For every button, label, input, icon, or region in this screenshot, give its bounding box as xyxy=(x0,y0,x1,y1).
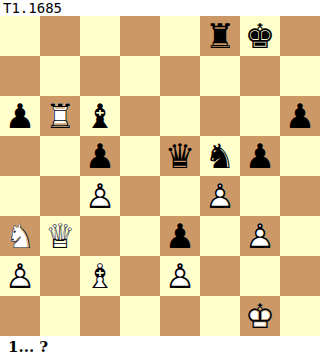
square-b5[interactable] xyxy=(40,136,80,176)
square-d7[interactable] xyxy=(120,56,160,96)
piece-white-king: ♚♔ xyxy=(240,296,280,336)
square-f5[interactable]: ♞ xyxy=(200,136,240,176)
piece-black-pawn: ♟︎ xyxy=(80,136,120,176)
square-d4[interactable] xyxy=(120,176,160,216)
square-e6[interactable] xyxy=(160,96,200,136)
piece-fill: ♟︎ xyxy=(160,256,200,296)
piece-fill: ♚ xyxy=(240,296,280,336)
square-h2[interactable] xyxy=(280,256,320,296)
square-e7[interactable] xyxy=(160,56,200,96)
square-a6[interactable]: ♟︎ xyxy=(0,96,40,136)
puzzle-title: T1.1685 xyxy=(3,0,62,16)
piece-white-pawn: ♟︎♙ xyxy=(80,176,120,216)
piece-glyph: ♜ xyxy=(200,16,240,56)
piece-outline: ♙ xyxy=(80,176,120,216)
square-e5[interactable]: ♛ xyxy=(160,136,200,176)
square-h6[interactable]: ♟︎ xyxy=(280,96,320,136)
piece-outline: ♙ xyxy=(240,216,280,256)
square-h5[interactable] xyxy=(280,136,320,176)
square-a2[interactable]: ♟︎♙ xyxy=(0,256,40,296)
square-a3[interactable]: ♞♘ xyxy=(0,216,40,256)
square-g1[interactable]: ♚♔ xyxy=(240,296,280,336)
piece-glyph: ♟︎ xyxy=(160,216,200,256)
piece-white-bishop: ♝♗ xyxy=(80,256,120,296)
piece-white-pawn: ♟︎♙ xyxy=(240,216,280,256)
square-d1[interactable] xyxy=(120,296,160,336)
piece-glyph: ♞ xyxy=(200,136,240,176)
square-c3[interactable] xyxy=(80,216,120,256)
piece-fill: ♛ xyxy=(40,216,80,256)
piece-white-rook: ♜♖ xyxy=(40,96,80,136)
piece-fill: ♜ xyxy=(40,96,80,136)
piece-outline: ♙ xyxy=(160,256,200,296)
square-c1[interactable] xyxy=(80,296,120,336)
square-f3[interactable] xyxy=(200,216,240,256)
square-c6[interactable]: ♝ xyxy=(80,96,120,136)
square-h7[interactable] xyxy=(280,56,320,96)
square-f4[interactable]: ♟︎♙ xyxy=(200,176,240,216)
piece-black-pawn: ♟︎ xyxy=(0,96,40,136)
square-e3[interactable]: ♟︎ xyxy=(160,216,200,256)
piece-outline: ♘ xyxy=(0,216,40,256)
square-a1[interactable] xyxy=(0,296,40,336)
piece-fill: ♟︎ xyxy=(200,176,240,216)
square-a8[interactable] xyxy=(0,16,40,56)
piece-white-queen: ♛♕ xyxy=(40,216,80,256)
square-g6[interactable] xyxy=(240,96,280,136)
square-h4[interactable] xyxy=(280,176,320,216)
piece-black-pawn: ♟︎ xyxy=(160,216,200,256)
square-c8[interactable] xyxy=(80,16,120,56)
square-f8[interactable]: ♜ xyxy=(200,16,240,56)
piece-black-bishop: ♝ xyxy=(80,96,120,136)
square-g8[interactable]: ♚ xyxy=(240,16,280,56)
piece-black-king: ♚ xyxy=(240,16,280,56)
piece-black-rook: ♜ xyxy=(200,16,240,56)
square-f2[interactable] xyxy=(200,256,240,296)
piece-white-knight: ♞♘ xyxy=(0,216,40,256)
piece-fill: ♟︎ xyxy=(0,256,40,296)
square-b4[interactable] xyxy=(40,176,80,216)
square-f7[interactable] xyxy=(200,56,240,96)
square-e1[interactable] xyxy=(160,296,200,336)
square-g4[interactable] xyxy=(240,176,280,216)
square-b7[interactable] xyxy=(40,56,80,96)
square-a5[interactable] xyxy=(0,136,40,176)
square-b1[interactable] xyxy=(40,296,80,336)
piece-outline: ♕ xyxy=(40,216,80,256)
square-a4[interactable] xyxy=(0,176,40,216)
square-d2[interactable] xyxy=(120,256,160,296)
square-e8[interactable] xyxy=(160,16,200,56)
square-g3[interactable]: ♟︎♙ xyxy=(240,216,280,256)
square-c5[interactable]: ♟︎ xyxy=(80,136,120,176)
chess-puzzle-window: T1.1685 ♜♚♟︎♜♖♝♟︎♟︎♛♞♟︎♟︎♙♟︎♙♞♘♛♕♟︎♟︎♙♟︎… xyxy=(0,0,320,360)
square-h8[interactable] xyxy=(280,16,320,56)
piece-fill: ♟︎ xyxy=(240,216,280,256)
square-g5[interactable]: ♟︎ xyxy=(240,136,280,176)
square-e4[interactable] xyxy=(160,176,200,216)
piece-outline: ♖ xyxy=(40,96,80,136)
square-d5[interactable] xyxy=(120,136,160,176)
square-d8[interactable] xyxy=(120,16,160,56)
piece-glyph: ♝ xyxy=(80,96,120,136)
piece-white-pawn: ♟︎♙ xyxy=(200,176,240,216)
square-h3[interactable] xyxy=(280,216,320,256)
square-f1[interactable] xyxy=(200,296,240,336)
square-b2[interactable] xyxy=(40,256,80,296)
piece-fill: ♝ xyxy=(80,256,120,296)
square-c2[interactable]: ♝♗ xyxy=(80,256,120,296)
piece-outline: ♗ xyxy=(80,256,120,296)
piece-outline: ♔ xyxy=(240,296,280,336)
square-d6[interactable] xyxy=(120,96,160,136)
square-c4[interactable]: ♟︎♙ xyxy=(80,176,120,216)
square-d3[interactable] xyxy=(120,216,160,256)
square-c7[interactable] xyxy=(80,56,120,96)
piece-glyph: ♟︎ xyxy=(240,136,280,176)
piece-fill: ♞ xyxy=(0,216,40,256)
square-e2[interactable]: ♟︎♙ xyxy=(160,256,200,296)
square-g7[interactable] xyxy=(240,56,280,96)
square-f6[interactable] xyxy=(200,96,240,136)
piece-glyph: ♟︎ xyxy=(280,96,320,136)
piece-black-queen: ♛ xyxy=(160,136,200,176)
chess-board: ♜♚♟︎♜♖♝♟︎♟︎♛♞♟︎♟︎♙♟︎♙♞♘♛♕♟︎♟︎♙♟︎♙♝♗♟︎♙♚♔ xyxy=(0,16,320,336)
move-prompt: 1... ? xyxy=(8,337,48,357)
piece-black-pawn: ♟︎ xyxy=(280,96,320,136)
piece-glyph: ♟︎ xyxy=(80,136,120,176)
piece-glyph: ♛ xyxy=(160,136,200,176)
square-a7[interactable] xyxy=(0,56,40,96)
piece-black-knight: ♞ xyxy=(200,136,240,176)
square-b3[interactable]: ♛♕ xyxy=(40,216,80,256)
square-h1[interactable] xyxy=(280,296,320,336)
square-b6[interactable]: ♜♖ xyxy=(40,96,80,136)
piece-white-pawn: ♟︎♙ xyxy=(160,256,200,296)
piece-glyph: ♟︎ xyxy=(0,96,40,136)
piece-black-pawn: ♟︎ xyxy=(240,136,280,176)
piece-outline: ♙ xyxy=(200,176,240,216)
square-g2[interactable] xyxy=(240,256,280,296)
square-b8[interactable] xyxy=(40,16,80,56)
piece-fill: ♟︎ xyxy=(80,176,120,216)
piece-glyph: ♚ xyxy=(240,16,280,56)
piece-white-pawn: ♟︎♙ xyxy=(0,256,40,296)
piece-outline: ♙ xyxy=(0,256,40,296)
